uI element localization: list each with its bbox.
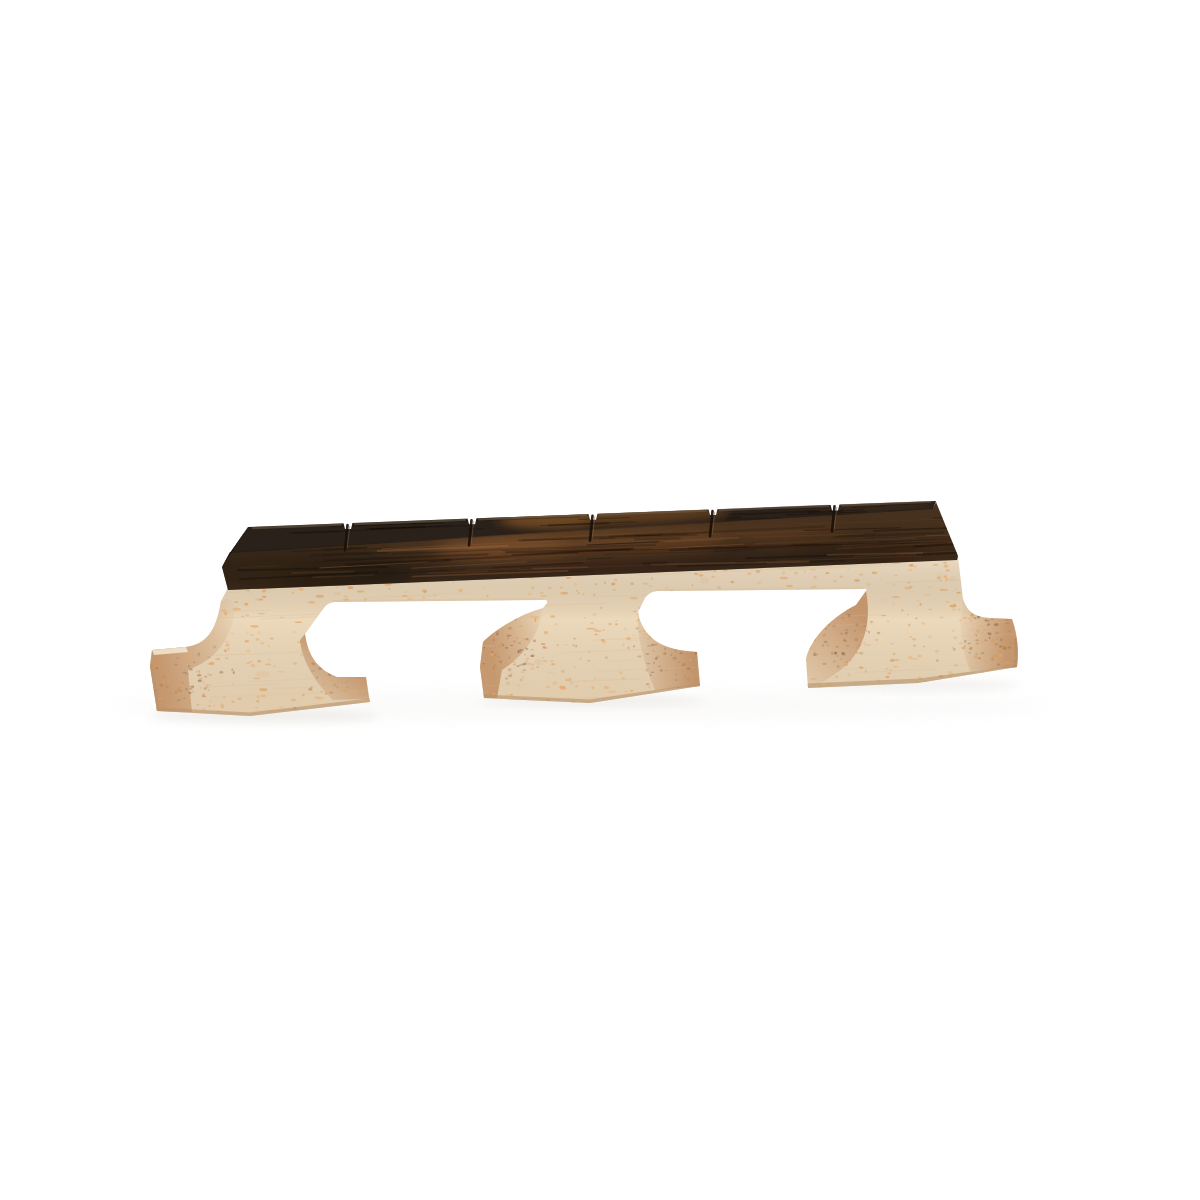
product-photo — [0, 0, 1200, 1200]
banjo-bridge-illustration — [0, 0, 1200, 1200]
